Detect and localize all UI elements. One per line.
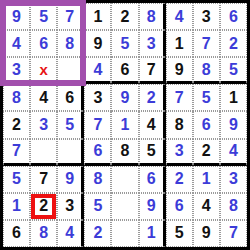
cell-r9c4[interactable]: 2 [84,220,111,247]
cell-r5c9[interactable]: 9 [220,111,247,138]
cell-r4c8[interactable]: 5 [193,84,220,111]
cell-r4c7[interactable]: 7 [166,84,193,111]
cell-r7c5[interactable] [111,166,138,193]
cell-r2c1[interactable]: 4 [3,30,30,57]
cell-r1c8[interactable]: 3 [193,3,220,30]
cell-r9c5[interactable] [111,220,138,247]
cell-r5c8[interactable]: 6 [193,111,220,138]
cell-r2c7[interactable]: 1 [166,30,193,57]
cell-r6c6[interactable]: 5 [139,139,166,166]
cell-r7c8[interactable]: 1 [193,166,220,193]
cell-r8c8[interactable]: 4 [193,193,220,220]
cell-r4c4[interactable]: 3 [84,84,111,111]
cell-r5c7[interactable]: 8 [166,111,193,138]
cell-r8c3[interactable]: 3 [57,193,84,220]
cell-r7c2[interactable]: 7 [30,166,57,193]
cell-r3c3[interactable] [57,57,84,84]
cell-r3c6[interactable]: 7 [139,57,166,84]
cell-r5c3[interactable]: 5 [57,111,84,138]
cell-r8c2[interactable]: 2 [30,193,57,220]
cell-r5c5[interactable]: 1 [111,111,138,138]
cell-r9c3[interactable]: 4 [57,220,84,247]
cell-r7c6[interactable]: 6 [139,166,166,193]
cell-r3c5[interactable]: 6 [111,57,138,84]
cell-r1c1[interactable]: 9 [3,3,30,30]
cell-r6c9[interactable]: 4 [220,139,247,166]
cell-r6c4[interactable]: 6 [84,139,111,166]
cell-r8c9[interactable]: 8 [220,193,247,220]
cell-r4c2[interactable]: 4 [30,84,57,111]
cell-r1c5[interactable]: 2 [111,3,138,30]
cell-r6c8[interactable]: 2 [193,139,220,166]
cell-r9c2[interactable]: 8 [30,220,57,247]
cell-r4c6[interactable]: 2 [139,84,166,111]
cell-r9c8[interactable]: 9 [193,220,220,247]
cell-r2c2[interactable]: 6 [30,30,57,57]
cell-r5c6[interactable]: 4 [139,111,166,138]
cell-r5c4[interactable]: 7 [84,111,111,138]
cell-r4c1[interactable]: 8 [3,84,30,111]
cell-r7c3[interactable]: 9 [57,166,84,193]
cell-r8c1[interactable]: 1 [3,193,30,220]
cell-r2c4[interactable]: 9 [84,30,111,57]
cell-r3c9[interactable]: 5 [220,57,247,84]
cell-r1c3[interactable]: 7 [57,3,84,30]
cell-r8c6[interactable]: 9 [139,193,166,220]
cell-r7c7[interactable]: 2 [166,166,193,193]
cell-r9c1[interactable]: 6 [3,220,30,247]
cell-r8c5[interactable] [111,193,138,220]
cell-r1c4[interactable]: 1 [84,3,111,30]
cell-r2c3[interactable]: 8 [57,30,84,57]
sudoku-board: 9571284364689531723x46798584639275123571… [0,0,250,250]
cell-r4c3[interactable]: 6 [57,84,84,111]
cell-r3c7[interactable]: 9 [166,57,193,84]
cell-r2c5[interactable]: 5 [111,30,138,57]
cell-r9c9[interactable]: 7 [220,220,247,247]
cell-r6c1[interactable]: 7 [3,139,30,166]
cell-r3c2[interactable]: x [30,57,57,84]
cell-r9c6[interactable]: 1 [139,220,166,247]
cell-r6c5[interactable]: 8 [111,139,138,166]
cell-r2c8[interactable]: 7 [193,30,220,57]
cell-r5c2[interactable]: 3 [30,111,57,138]
cell-r1c2[interactable]: 5 [30,3,57,30]
cell-r4c5[interactable]: 9 [111,84,138,111]
cell-r1c9[interactable]: 6 [220,3,247,30]
cell-r3c8[interactable]: 8 [193,57,220,84]
cell-r2c9[interactable]: 2 [220,30,247,57]
cell-r9c7[interactable]: 5 [166,220,193,247]
cell-r7c9[interactable]: 3 [220,166,247,193]
cell-r3c4[interactable]: 4 [84,57,111,84]
cell-r8c7[interactable]: 6 [166,193,193,220]
cell-r5c1[interactable]: 2 [3,111,30,138]
cell-r3c1[interactable]: 3 [3,57,30,84]
cell-r6c7[interactable]: 3 [166,139,193,166]
cell-r6c2[interactable] [30,139,57,166]
cell-r7c1[interactable]: 5 [3,166,30,193]
cell-r1c7[interactable]: 4 [166,3,193,30]
cell-r8c4[interactable]: 5 [84,193,111,220]
cell-r2c6[interactable]: 3 [139,30,166,57]
cell-r4c9[interactable]: 1 [220,84,247,111]
cell-r6c3[interactable] [57,139,84,166]
cell-r1c6[interactable]: 8 [139,3,166,30]
cell-r7c4[interactable]: 8 [84,166,111,193]
